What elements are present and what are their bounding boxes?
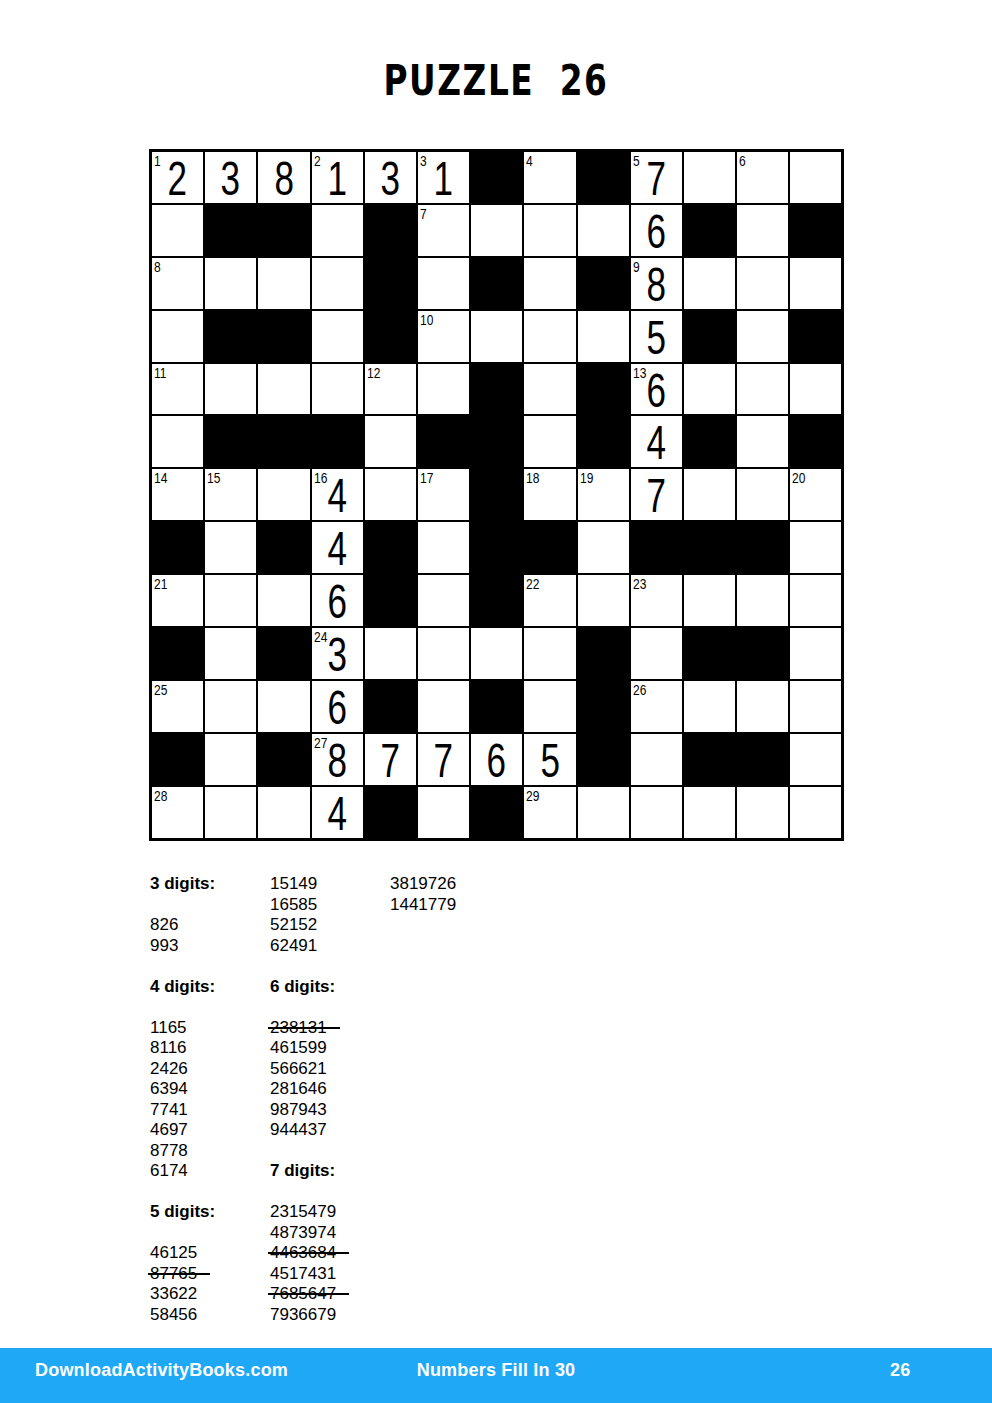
white-cell: 7 [631,469,682,520]
white-cell [365,469,416,520]
white-cell [312,205,363,256]
white-cell [152,416,203,467]
white-cell [737,469,788,520]
word-list-column: 38197261441779 [390,874,456,915]
white-cell: 28 [152,787,203,838]
white-cell: 21 [152,575,203,626]
cell-digit: 6 [647,364,666,415]
white-cell [578,205,629,256]
white-cell: 6 [737,152,788,203]
black-cell [258,205,309,256]
puzzle-grid: 1238213314576768981051112136414151641718… [149,149,844,841]
black-cell [365,575,416,626]
black-cell [790,205,841,256]
black-cell [578,628,629,679]
white-cell: 23 [631,575,682,626]
white-cell [471,205,522,256]
footer-bar: DownloadActivityBooks.com Numbers Fill I… [0,1348,992,1403]
black-cell [205,205,256,256]
white-cell [418,364,469,415]
clue-number: 14 [154,470,167,485]
clue-number: 15 [207,470,220,485]
black-cell [631,522,682,573]
black-cell [205,311,256,362]
white-cell [578,575,629,626]
white-cell: 31 [418,152,469,203]
word-list-entry: 46125 [150,1243,197,1264]
black-cell [365,522,416,573]
black-cell [684,734,735,785]
black-cell [737,734,788,785]
white-cell [258,681,309,732]
word-list-header: 5 digits: [150,1202,215,1223]
footer-site-link: DownloadActivityBooks.com [35,1360,288,1381]
word-list-header: 6 digits: [270,977,335,998]
word-list-entry: 8116 [150,1038,187,1059]
black-cell [737,522,788,573]
white-cell [205,787,256,838]
word-list-entry: 6394 [150,1079,188,1100]
clue-number: 28 [154,788,167,803]
word-list-entry: 8778 [150,1141,188,1162]
white-cell: 3 [205,152,256,203]
cell-digit: 3 [221,152,240,203]
black-cell [258,416,309,467]
white-cell: 3 [365,152,416,203]
cell-digit: 4 [327,787,346,838]
cell-digit: 6 [647,205,666,256]
white-cell: 278 [312,734,363,785]
white-cell [471,311,522,362]
white-cell [737,575,788,626]
clue-number: 13 [633,365,646,380]
white-cell [205,628,256,679]
word-list-entry: 826 [150,915,178,936]
word-list-entry-crossed: 4463684 [270,1243,336,1264]
black-cell [471,364,522,415]
word-list-entry: 16585 [270,895,317,916]
white-cell [684,364,735,415]
clue-number: 26 [633,682,646,697]
black-cell [152,628,203,679]
word-list-entry: 2315479 [270,1202,336,1223]
white-cell: 4 [524,152,575,203]
word-list-entry: 3819726 [390,874,456,895]
black-cell [578,364,629,415]
white-cell: 17 [418,469,469,520]
white-cell [205,681,256,732]
white-cell [312,364,363,415]
white-cell: 21 [312,152,363,203]
footer-book-title: Numbers Fill In 30 [417,1360,576,1381]
white-cell [205,258,256,309]
cell-digit: 4 [647,416,666,467]
white-cell [524,258,575,309]
white-cell [418,258,469,309]
white-cell: 4 [312,787,363,838]
word-list-entry: 987943 [270,1100,327,1121]
white-cell: 14 [152,469,203,520]
white-cell [205,575,256,626]
white-cell [790,787,841,838]
word-list-entry-crossed: 87765 [150,1264,197,1285]
white-cell [418,522,469,573]
black-cell [790,311,841,362]
white-cell [790,364,841,415]
clue-number: 11 [154,365,166,380]
cell-digit: 5 [647,311,666,362]
black-cell [205,416,256,467]
cell-digit: 8 [647,258,666,309]
white-cell [152,205,203,256]
white-cell [365,628,416,679]
white-cell [205,364,256,415]
white-cell [684,258,735,309]
page-title: PUZZLE 26 [109,58,883,104]
black-cell [790,416,841,467]
word-list-entry: 7936679 [270,1305,336,1326]
black-cell [471,575,522,626]
word-list-entry: 33622 [150,1284,197,1305]
white-cell [205,734,256,785]
white-cell [312,258,363,309]
black-cell [258,734,309,785]
cell-digit: 6 [487,734,506,785]
white-cell: 20 [790,469,841,520]
word-list-entry: 1441779 [390,895,456,916]
cell-digit: 4 [327,469,346,520]
black-cell [365,258,416,309]
white-cell [737,205,788,256]
word-list-entry: 944437 [270,1120,327,1141]
clue-number: 2 [314,153,321,168]
black-cell [684,628,735,679]
white-cell [790,152,841,203]
white-cell [365,416,416,467]
white-cell: 98 [631,258,682,309]
black-cell [684,205,735,256]
cell-digit: 5 [540,734,559,785]
footer-page-number: 26 [890,1360,910,1381]
clue-number: 8 [154,259,161,274]
black-cell [258,311,309,362]
clue-number: 24 [314,629,327,644]
cell-digit: 3 [327,628,346,679]
word-list-column: 151491658552152624916 digits:23813146159… [270,874,336,1325]
clue-number: 16 [314,470,327,485]
white-cell: 6 [312,681,363,732]
word-list-column: 3 digits:8269934 digits:1165811624266394… [150,874,215,1325]
white-cell: 5 [524,734,575,785]
white-cell [524,364,575,415]
white-cell [524,205,575,256]
white-cell [418,575,469,626]
white-cell [631,628,682,679]
white-cell [471,628,522,679]
word-list-entry: 62491 [270,936,317,957]
black-cell [365,787,416,838]
word-list-entry: 1165 [150,1018,187,1039]
cell-digit: 1 [327,152,346,203]
white-cell: 136 [631,364,682,415]
white-cell [524,681,575,732]
cell-digit: 3 [381,152,400,203]
white-cell [790,258,841,309]
black-cell [258,522,309,573]
white-cell [418,628,469,679]
white-cell: 8 [152,258,203,309]
black-cell [684,522,735,573]
word-list-entry: 4517431 [270,1264,336,1285]
cell-digit: 8 [274,152,293,203]
white-cell: 7 [418,734,469,785]
white-cell: 12 [365,364,416,415]
clue-number: 10 [420,312,433,327]
cell-digit: 8 [327,734,346,785]
white-cell [631,734,682,785]
cell-digit: 7 [647,469,666,520]
white-cell [737,416,788,467]
clue-number: 21 [154,576,167,591]
white-cell: 5 [631,311,682,362]
clue-number: 7 [420,206,427,221]
white-cell [312,311,363,362]
white-cell: 25 [152,681,203,732]
white-cell [737,787,788,838]
black-cell [471,469,522,520]
white-cell [790,522,841,573]
white-cell: 7 [418,205,469,256]
word-list-entry: 7741 [150,1100,188,1121]
black-cell [737,628,788,679]
word-list-entry: 4697 [150,1120,188,1141]
white-cell: 11 [152,364,203,415]
word-list-entry: 6174 [150,1161,188,1182]
black-cell [578,258,629,309]
white-cell: 18 [524,469,575,520]
black-cell [258,628,309,679]
white-cell: 26 [631,681,682,732]
cell-digit: 2 [168,152,187,203]
black-cell [471,681,522,732]
white-cell [790,575,841,626]
white-cell [737,258,788,309]
white-cell [684,575,735,626]
clue-number: 4 [526,153,533,168]
clue-number: 19 [580,470,593,485]
word-list-header: 7 digits: [270,1161,335,1182]
white-cell [684,681,735,732]
word-list-entry-crossed: 7685647 [270,1284,336,1305]
white-cell: 164 [312,469,363,520]
cell-digit: 6 [327,575,346,626]
cell-digit: 7 [381,734,400,785]
clue-number: 9 [633,259,640,274]
white-cell [578,787,629,838]
white-cell: 6 [312,575,363,626]
black-cell [578,416,629,467]
white-cell [790,734,841,785]
black-cell [418,416,469,467]
black-cell [152,734,203,785]
white-cell [790,681,841,732]
word-list-entry: 993 [150,936,178,957]
white-cell: 6 [631,205,682,256]
white-cell [258,787,309,838]
white-cell: 12 [152,152,203,203]
white-cell: 19 [578,469,629,520]
black-cell [471,787,522,838]
white-cell [578,311,629,362]
cell-digit: 1 [434,152,453,203]
white-cell [152,311,203,362]
clue-number: 12 [367,365,380,380]
word-list-entry: 4873974 [270,1223,336,1244]
word-list-entry: 58456 [150,1305,197,1326]
clue-number: 17 [420,470,433,485]
white-cell [737,681,788,732]
white-cell: 10 [418,311,469,362]
white-cell: 4 [312,522,363,573]
white-cell [684,787,735,838]
clue-number: 6 [739,153,746,168]
white-cell [258,469,309,520]
white-cell: 243 [312,628,363,679]
clue-number: 5 [633,153,640,168]
white-cell [418,681,469,732]
white-cell: 4 [631,416,682,467]
black-cell [312,416,363,467]
black-cell [365,681,416,732]
clue-number: 3 [420,153,427,168]
white-cell [684,469,735,520]
white-cell [631,787,682,838]
cell-digit: 6 [327,681,346,732]
white-cell [524,416,575,467]
word-list-entry: 461599 [270,1038,327,1059]
word-list-header: 3 digits: [150,874,215,895]
black-cell [471,522,522,573]
white-cell: 29 [524,787,575,838]
white-cell [205,522,256,573]
black-cell [471,416,522,467]
white-cell [737,364,788,415]
white-cell: 15 [205,469,256,520]
white-cell: 8 [258,152,309,203]
puzzle-page: { "game": "number fill-in (crossword-sty… [0,0,992,1403]
black-cell [578,681,629,732]
white-cell [578,522,629,573]
white-cell: 22 [524,575,575,626]
white-cell [258,364,309,415]
word-list-entry: 2426 [150,1059,188,1080]
word-list-entry-crossed: 238131 [270,1018,327,1039]
black-cell [471,258,522,309]
black-cell [152,522,203,573]
white-cell: 6 [471,734,522,785]
clue-number: 22 [526,576,539,591]
black-cell [524,522,575,573]
white-cell [418,787,469,838]
white-cell [737,311,788,362]
clue-number: 25 [154,682,167,697]
white-cell [524,311,575,362]
black-cell [578,152,629,203]
white-cell: 7 [365,734,416,785]
cell-digit: 7 [434,734,453,785]
white-cell [258,258,309,309]
black-cell [684,416,735,467]
clue-number: 29 [526,788,539,803]
cell-digit: 7 [647,152,666,203]
clue-number: 20 [792,470,805,485]
black-cell [365,311,416,362]
black-cell [578,734,629,785]
clue-number: 1 [154,153,161,168]
word-list-entry: 15149 [270,874,317,895]
word-list-entry: 566621 [270,1059,327,1080]
black-cell [471,152,522,203]
white-cell [684,152,735,203]
word-list-header: 4 digits: [150,977,215,998]
clue-number: 18 [526,470,539,485]
word-list-entry: 52152 [270,915,317,936]
white-cell [790,628,841,679]
clue-number: 27 [314,735,327,750]
black-cell [365,205,416,256]
white-cell [258,575,309,626]
clue-number: 23 [633,576,646,591]
black-cell [684,311,735,362]
word-list-entry: 281646 [270,1079,327,1100]
white-cell: 57 [631,152,682,203]
cell-digit: 4 [327,522,346,573]
white-cell [524,628,575,679]
